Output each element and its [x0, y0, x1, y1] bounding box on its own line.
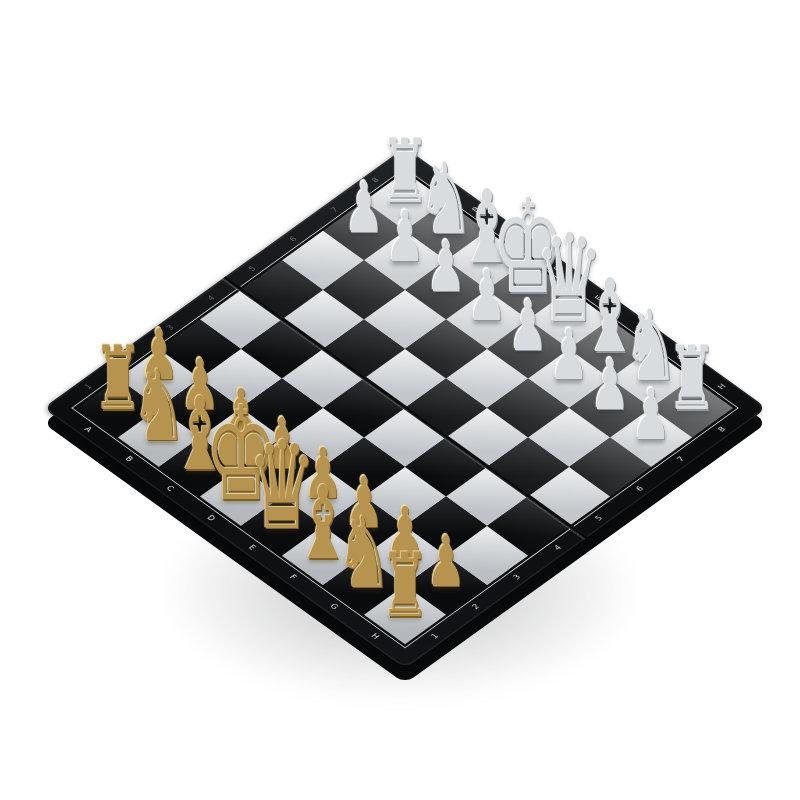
- chess-set-photo: ABCDEFGH ABCDEFGH 87654321 87654321 ♜♞♝♚…: [0, 0, 800, 800]
